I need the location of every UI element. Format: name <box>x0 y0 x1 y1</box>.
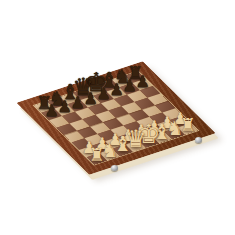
black-pawn-c7[interactable]: ♟ <box>71 95 85 111</box>
black-pawn-a7[interactable]: ♟ <box>45 103 59 119</box>
black-pawn-g7[interactable]: ♟ <box>123 77 137 93</box>
chess-set-photo: ♜♞♝♛♚♝♞♜♟♟♟♟♟♟♟♟♟♟♟♟♟♟♟♟♜♞♝♛♚♝♞♜ <box>0 0 235 235</box>
hinge-pin-1 <box>111 165 118 171</box>
black-pawn-f7[interactable]: ♟ <box>110 82 124 98</box>
black-pawn-h7[interactable]: ♟ <box>136 73 150 89</box>
hinge-pin-2 <box>195 137 202 143</box>
white-rook-a1[interactable]: ♜ <box>89 146 105 164</box>
black-pawn-b7[interactable]: ♟ <box>58 99 72 115</box>
black-pawn-e7[interactable]: ♟ <box>97 86 111 102</box>
black-pawn-d7[interactable]: ♟ <box>84 90 98 106</box>
